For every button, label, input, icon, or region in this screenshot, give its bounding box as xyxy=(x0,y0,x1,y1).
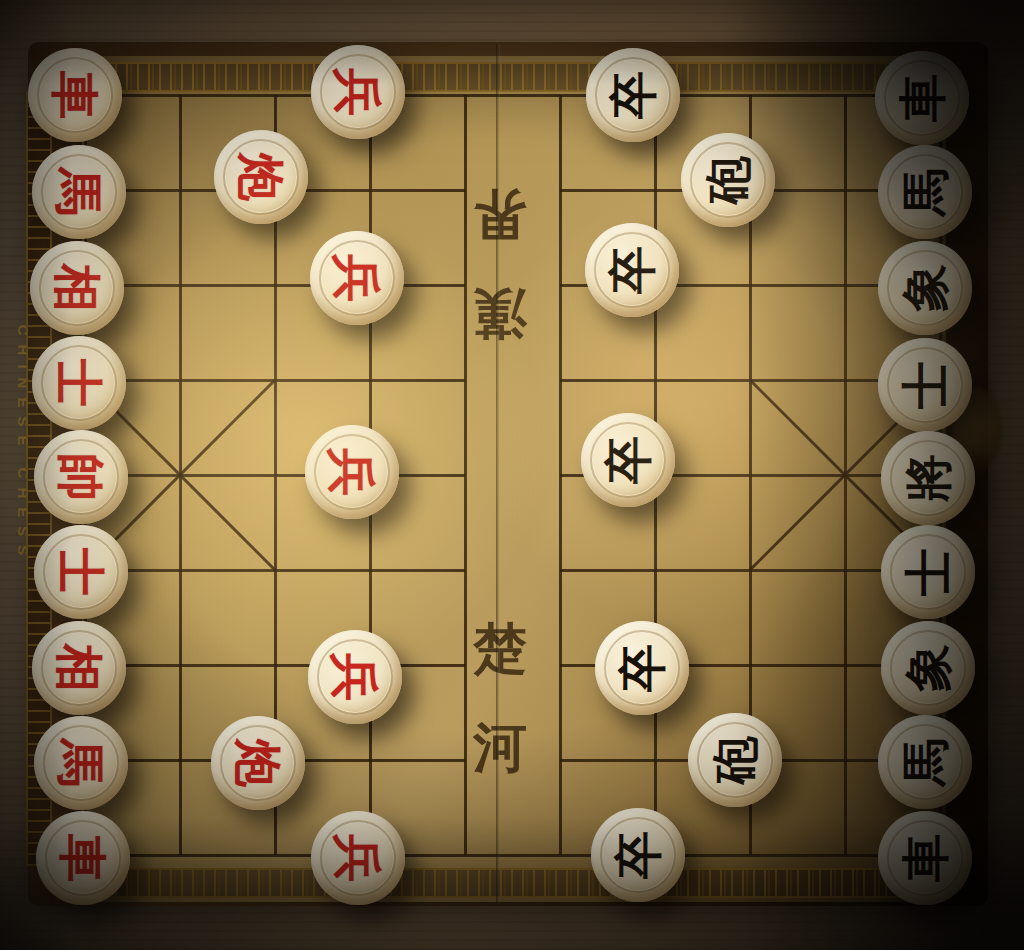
piece-glyph: 兵 xyxy=(334,68,382,116)
table-background: CHINESE CHESS 漢界 楚河 車馬相士帥士相馬車炮炮兵兵兵兵兵卒卒卒卒… xyxy=(0,0,1024,950)
piece-glyph: 兵 xyxy=(334,834,382,882)
piece-glyph: 馬 xyxy=(57,739,105,787)
piece-red-horse[interactable]: 馬 xyxy=(32,145,126,239)
piece-red-soldier[interactable]: 兵 xyxy=(308,630,402,724)
piece-glyph: 卒 xyxy=(609,71,657,119)
piece-glyph: 卒 xyxy=(618,644,666,692)
piece-red-general[interactable]: 帥 xyxy=(34,430,128,524)
piece-glyph: 馬 xyxy=(901,738,949,786)
piece-red-soldier[interactable]: 兵 xyxy=(310,231,404,325)
piece-red-cannon[interactable]: 炮 xyxy=(211,716,305,810)
piece-black-elephant[interactable]: 象 xyxy=(878,241,972,335)
piece-glyph: 炮 xyxy=(237,153,285,201)
piece-black-elephant[interactable]: 象 xyxy=(881,621,975,715)
piece-black-horse[interactable]: 馬 xyxy=(878,145,972,239)
piece-black-soldier[interactable]: 卒 xyxy=(595,621,689,715)
piece-red-elephant[interactable]: 相 xyxy=(32,621,126,715)
piece-glyph: 車 xyxy=(59,834,107,882)
piece-glyph: 砲 xyxy=(711,736,759,784)
piece-black-soldier[interactable]: 卒 xyxy=(585,223,679,317)
piece-glyph: 士 xyxy=(901,361,949,409)
piece-glyph: 士 xyxy=(904,548,952,596)
piece-glyph: 兵 xyxy=(333,254,381,302)
piece-red-soldier[interactable]: 兵 xyxy=(311,45,405,139)
piece-glyph: 兵 xyxy=(331,653,379,701)
piece-glyph: 帥 xyxy=(57,453,105,501)
piece-black-cannon[interactable]: 砲 xyxy=(681,133,775,227)
piece-glyph: 卒 xyxy=(604,436,652,484)
piece-glyph: 車 xyxy=(51,71,99,119)
piece-red-chariot[interactable]: 車 xyxy=(36,811,130,905)
piece-black-advisor[interactable]: 士 xyxy=(878,338,972,432)
piece-glyph: 象 xyxy=(901,264,949,312)
piece-black-soldier[interactable]: 卒 xyxy=(586,48,680,142)
piece-black-soldier[interactable]: 卒 xyxy=(591,808,685,902)
piece-glyph: 卒 xyxy=(614,831,662,879)
piece-glyph: 馬 xyxy=(901,168,949,216)
piece-black-general[interactable]: 將 xyxy=(881,431,975,525)
piece-red-elephant[interactable]: 相 xyxy=(30,241,124,335)
piece-red-cannon[interactable]: 炮 xyxy=(214,130,308,224)
piece-glyph: 馬 xyxy=(55,168,103,216)
piece-glyph: 士 xyxy=(57,548,105,596)
piece-black-chariot[interactable]: 車 xyxy=(875,51,969,145)
piece-red-soldier[interactable]: 兵 xyxy=(305,425,399,519)
piece-glyph: 士 xyxy=(55,359,103,407)
piece-black-advisor[interactable]: 士 xyxy=(881,525,975,619)
piece-glyph: 將 xyxy=(904,454,952,502)
piece-red-chariot[interactable]: 車 xyxy=(28,48,122,142)
piece-glyph: 車 xyxy=(898,74,946,122)
piece-glyph: 炮 xyxy=(234,739,282,787)
piece-black-soldier[interactable]: 卒 xyxy=(581,413,675,507)
piece-glyph: 象 xyxy=(904,644,952,692)
piece-red-horse[interactable]: 馬 xyxy=(34,716,128,810)
piece-red-soldier[interactable]: 兵 xyxy=(311,811,405,905)
piece-glyph: 相 xyxy=(53,264,101,312)
piece-black-horse[interactable]: 馬 xyxy=(878,715,972,809)
piece-glyph: 相 xyxy=(55,644,103,692)
piece-black-cannon[interactable]: 砲 xyxy=(688,713,782,807)
piece-glyph: 卒 xyxy=(608,246,656,294)
piece-red-advisor[interactable]: 士 xyxy=(32,336,126,430)
piece-red-advisor[interactable]: 士 xyxy=(34,525,128,619)
pieces-layer: 車馬相士帥士相馬車炮炮兵兵兵兵兵卒卒卒卒卒砲砲車馬象士將士象馬車 xyxy=(0,0,1024,950)
piece-black-chariot[interactable]: 車 xyxy=(878,811,972,905)
piece-glyph: 車 xyxy=(901,834,949,882)
piece-glyph: 兵 xyxy=(328,448,376,496)
piece-glyph: 砲 xyxy=(704,156,752,204)
